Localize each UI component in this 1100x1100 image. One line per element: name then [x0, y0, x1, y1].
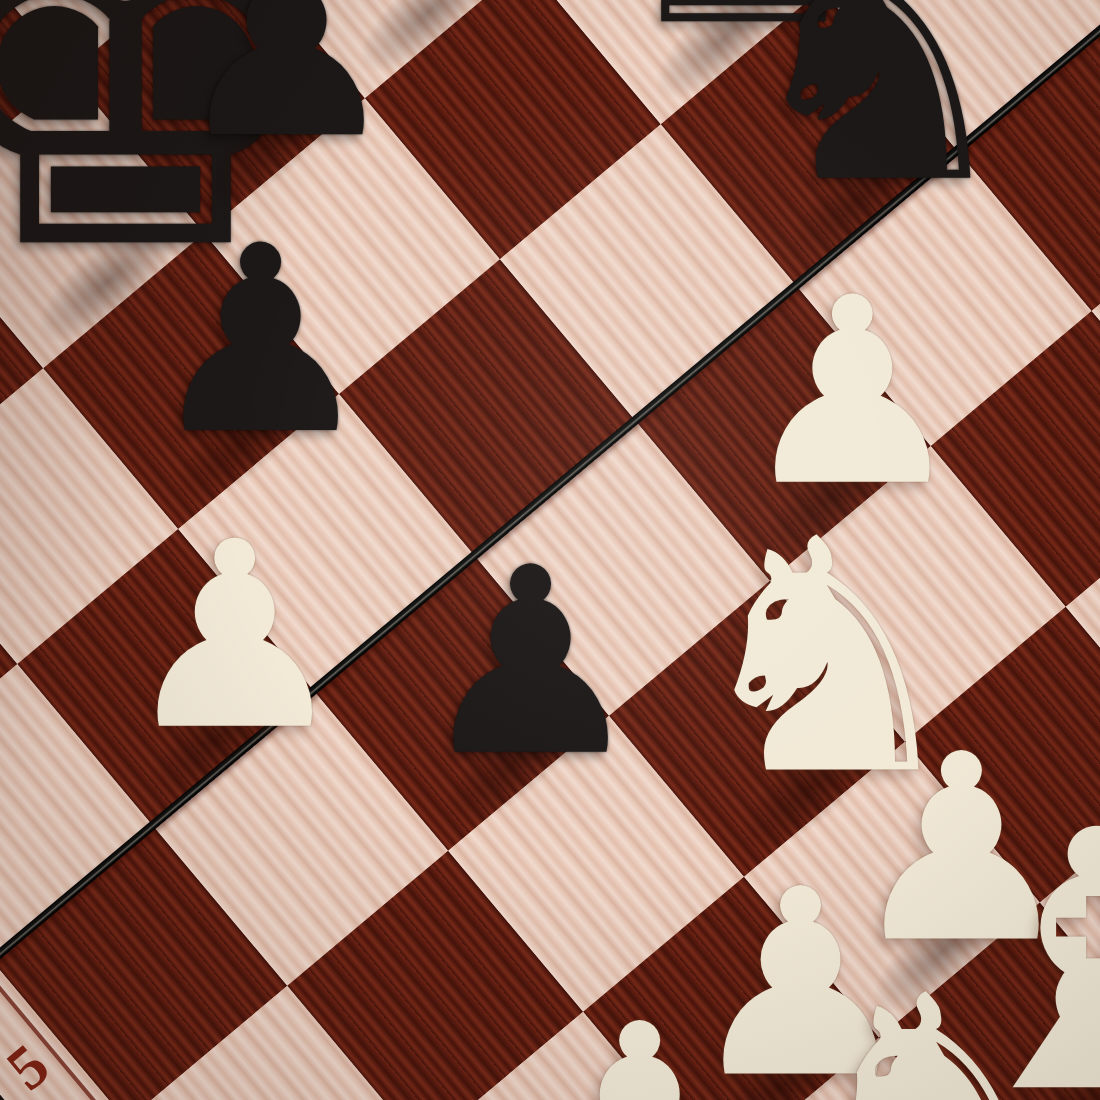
white-pawn-glyph: ♟: [119, 515, 350, 760]
folding-chess-board: 12345678abcdefgh ♚♟♛♜♞♟♟♟♟♞♟♟♝♞♟♟: [0, 0, 1100, 1100]
black-pawn-glyph: ♟: [145, 219, 376, 464]
black-knight-glyph: ♞: [734, 0, 1023, 220]
board-border-frame: 12345678abcdefgh ♚♟♛♜♞♟♟♟♟♞♟♟♝♞♟♟: [0, 0, 1100, 1100]
white-bishop-glyph: ♝: [936, 793, 1100, 1100]
chess-photo-stage: 12345678abcdefgh ♚♟♛♜♞♟♟♟♟♞♟♟♝♞♟♟: [0, 0, 1100, 1100]
black-pawn-glyph: ♟: [415, 541, 646, 786]
black-queen-glyph: ♛: [255, 0, 640, 33]
